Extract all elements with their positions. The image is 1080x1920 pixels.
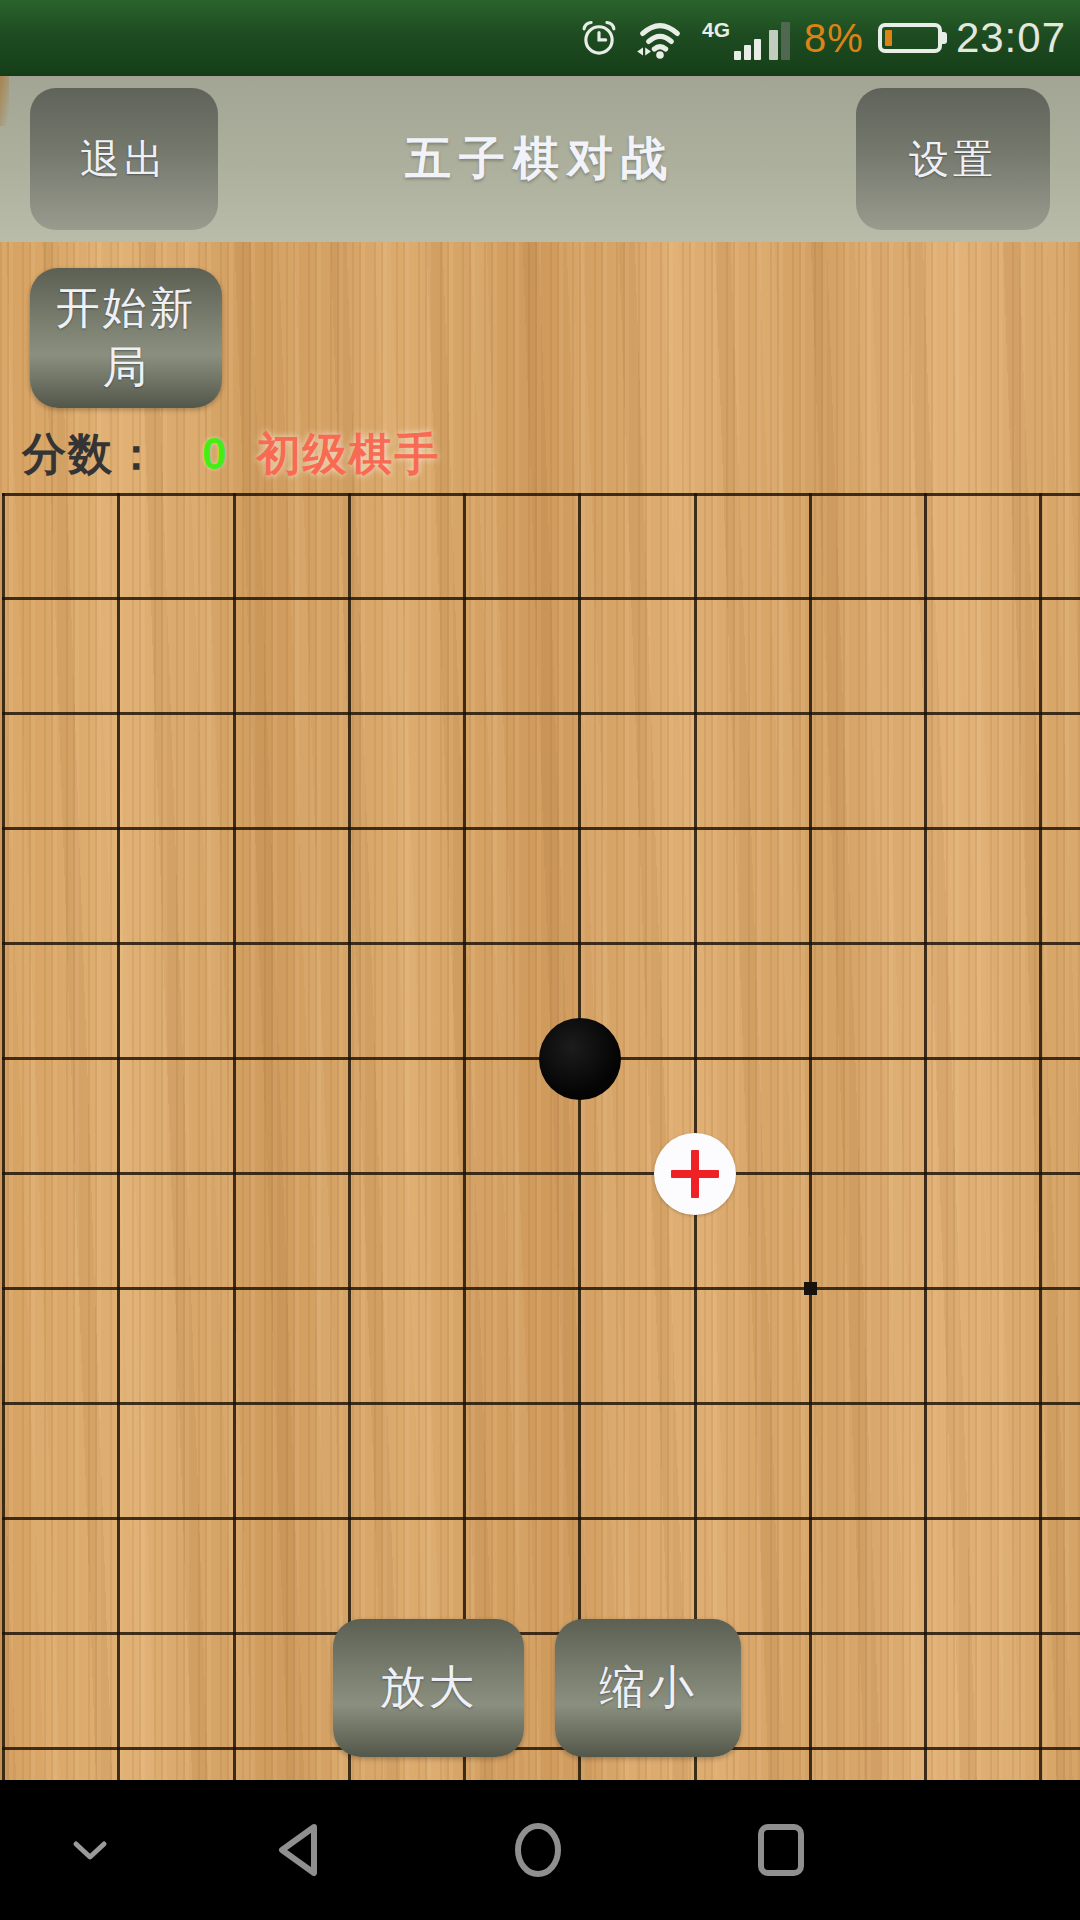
app-screen: 4G 8% 23:07 五子棋对战 退出 设置 开始新局 分数： 0: [0, 0, 1080, 1920]
board-cell[interactable]: [809, 827, 924, 942]
board-cell[interactable]: [1039, 1402, 1080, 1517]
board-cell[interactable]: [578, 827, 693, 942]
board-cell[interactable]: [463, 827, 578, 942]
alarm-icon: [580, 18, 618, 58]
board-cell[interactable]: [2, 1517, 117, 1632]
board-cell[interactable]: [2, 1632, 117, 1747]
status-bar: 4G 8% 23:07: [0, 0, 1080, 76]
board-cell[interactable]: [1039, 712, 1080, 827]
board-cell[interactable]: [809, 1057, 924, 1172]
board-cell[interactable]: [924, 827, 1039, 942]
board-cell[interactable]: [117, 1172, 232, 1287]
board-cell[interactable]: [694, 1287, 809, 1402]
board-cell[interactable]: [348, 1057, 463, 1172]
board-cell[interactable]: [2, 1747, 117, 1780]
board-cell[interactable]: [2, 1057, 117, 1172]
board-cell[interactable]: [809, 1402, 924, 1517]
battery-fill: [885, 30, 892, 46]
board-cell[interactable]: [2, 712, 117, 827]
board-cell[interactable]: [578, 597, 693, 712]
board-cell[interactable]: [233, 1057, 348, 1172]
wifi-icon: [632, 17, 688, 59]
board-cell[interactable]: [578, 1057, 693, 1172]
battery-icon: [878, 23, 942, 53]
board-cell[interactable]: [2, 1172, 117, 1287]
recents-button[interactable]: [756, 1822, 806, 1878]
board-cell[interactable]: [924, 597, 1039, 712]
board-cell[interactable]: [578, 1287, 693, 1402]
board-cell[interactable]: [233, 712, 348, 827]
signal-bar-sim2: [781, 22, 790, 60]
board-cell[interactable]: [463, 1057, 578, 1172]
board-cell[interactable]: [117, 1057, 232, 1172]
signal-bar: [754, 39, 761, 60]
board-cell[interactable]: [924, 1057, 1039, 1172]
board-cell[interactable]: [233, 827, 348, 942]
board-cell[interactable]: [578, 493, 693, 597]
board-cell[interactable]: [348, 942, 463, 1057]
recents-icon: [756, 1822, 806, 1878]
board-cell[interactable]: [1039, 597, 1080, 712]
board-cell[interactable]: [694, 942, 809, 1057]
board-cell[interactable]: [924, 1517, 1039, 1632]
score-row: 分数： 0 初级棋手: [22, 426, 440, 482]
board-cell[interactable]: [348, 1517, 463, 1632]
board-cell[interactable]: [348, 1402, 463, 1517]
board-cell[interactable]: [694, 1172, 809, 1287]
board-cell[interactable]: [694, 712, 809, 827]
board-cell[interactable]: [924, 712, 1039, 827]
board-cell[interactable]: [809, 1632, 924, 1747]
board-cell[interactable]: [348, 1287, 463, 1402]
board-cell[interactable]: [117, 1402, 232, 1517]
board-cell[interactable]: [809, 942, 924, 1057]
board-cell[interactable]: [117, 493, 232, 597]
board-cell[interactable]: [578, 942, 693, 1057]
board-cell[interactable]: [463, 597, 578, 712]
board-cell[interactable]: [463, 1172, 578, 1287]
board-cell[interactable]: [117, 1747, 232, 1780]
board-cell[interactable]: [1039, 1172, 1080, 1287]
board-cell[interactable]: [924, 1287, 1039, 1402]
board-cell[interactable]: [348, 493, 463, 597]
home-button[interactable]: [512, 1821, 564, 1879]
battery-nub: [941, 32, 947, 44]
signal-bar-sim2: [769, 30, 778, 60]
board-cell[interactable]: [117, 827, 232, 942]
board-cell[interactable]: [233, 1402, 348, 1517]
board-cell[interactable]: [1039, 1747, 1080, 1780]
board-cell[interactable]: [233, 493, 348, 597]
score-label: 分数：: [22, 425, 160, 484]
board-cell[interactable]: [1039, 827, 1080, 942]
board-cell[interactable]: [809, 597, 924, 712]
board-cell[interactable]: [578, 712, 693, 827]
status-icons: 4G 8% 23:07: [580, 0, 1066, 76]
board-cell[interactable]: [924, 1172, 1039, 1287]
board-cell[interactable]: [1039, 1057, 1080, 1172]
battery-percent: 8%: [804, 16, 864, 61]
board-cell[interactable]: [694, 1402, 809, 1517]
board-cell[interactable]: [2, 493, 117, 597]
board-cell[interactable]: [117, 1632, 232, 1747]
zoom-out-button[interactable]: 缩小: [555, 1619, 741, 1757]
board-cell[interactable]: [348, 827, 463, 942]
board-cell[interactable]: [463, 1402, 578, 1517]
board-cell[interactable]: [2, 1287, 117, 1402]
board-cell[interactable]: [694, 597, 809, 712]
status-time: 23:07: [956, 14, 1066, 62]
board-cell[interactable]: [233, 597, 348, 712]
board-cell[interactable]: [694, 1517, 809, 1632]
board-cell[interactable]: [924, 493, 1039, 597]
board-cell[interactable]: [924, 1402, 1039, 1517]
score-value: 0: [202, 429, 226, 479]
board-cell[interactable]: [233, 1287, 348, 1402]
board-cell[interactable]: [1039, 493, 1080, 597]
board-cell[interactable]: [924, 1632, 1039, 1747]
nav-buttons: [0, 1780, 1080, 1920]
back-button[interactable]: [274, 1821, 320, 1879]
board-cell[interactable]: [348, 712, 463, 827]
title-bar: 五子棋对战 退出 设置: [0, 76, 1080, 242]
settings-button[interactable]: 设置: [856, 88, 1050, 230]
wood-background: 开始新局 分数： 0 初级棋手 放大 缩小: [0, 242, 1080, 1780]
board-cell[interactable]: [809, 1517, 924, 1632]
board-cell[interactable]: [233, 942, 348, 1057]
home-icon: [512, 1821, 564, 1879]
board-cell[interactable]: [1039, 1517, 1080, 1632]
board-cell[interactable]: [233, 1632, 348, 1747]
board-cell[interactable]: [2, 827, 117, 942]
board-cell[interactable]: [809, 1747, 924, 1780]
board-cell[interactable]: [924, 942, 1039, 1057]
board-cell[interactable]: [924, 1747, 1039, 1780]
signal-bars-icon: 4G: [702, 16, 790, 60]
board-cell[interactable]: [1039, 1632, 1080, 1747]
board-cell[interactable]: [117, 597, 232, 712]
board-cell[interactable]: [578, 1172, 693, 1287]
board-cell[interactable]: [348, 1172, 463, 1287]
board-cell[interactable]: [578, 1402, 693, 1517]
board-cell[interactable]: [463, 712, 578, 827]
new-game-button[interactable]: 开始新局: [30, 268, 222, 408]
board-cell[interactable]: [463, 1517, 578, 1632]
board-cell[interactable]: [1039, 942, 1080, 1057]
board-cell[interactable]: [117, 712, 232, 827]
board-cell[interactable]: [809, 712, 924, 827]
board-cell[interactable]: [2, 597, 117, 712]
board-cell[interactable]: [809, 1287, 924, 1402]
board-cell[interactable]: [463, 1287, 578, 1402]
board-cell[interactable]: [233, 1517, 348, 1632]
exit-button[interactable]: 退出: [30, 88, 218, 230]
board-cell[interactable]: [809, 1172, 924, 1287]
signal-bar: [734, 51, 741, 60]
board-cell[interactable]: [2, 1402, 117, 1517]
board-cell[interactable]: [694, 827, 809, 942]
board-cell[interactable]: [2, 942, 117, 1057]
board-cell[interactable]: [1039, 1287, 1080, 1402]
back-icon: [274, 1821, 320, 1879]
board[interactable]: [0, 493, 1080, 1780]
navigation-bar: [0, 1780, 1080, 1920]
board-cell[interactable]: [694, 493, 809, 597]
board-cell[interactable]: [463, 493, 578, 597]
board-cell[interactable]: [117, 942, 232, 1057]
board-cell[interactable]: [117, 1517, 232, 1632]
board-cell[interactable]: [233, 1172, 348, 1287]
board-cell[interactable]: [348, 597, 463, 712]
signal-bar: [744, 45, 751, 60]
board-cell[interactable]: [809, 493, 924, 597]
board-cell[interactable]: [463, 942, 578, 1057]
zoom-in-button[interactable]: 放大: [333, 1619, 524, 1757]
board-cell[interactable]: [694, 1057, 809, 1172]
board-cell[interactable]: [117, 1287, 232, 1402]
board-cell[interactable]: [578, 1517, 693, 1632]
board-cell[interactable]: [233, 1747, 348, 1780]
rank-label: 初级棋手: [256, 425, 440, 484]
network-type-label: 4G: [702, 19, 730, 40]
